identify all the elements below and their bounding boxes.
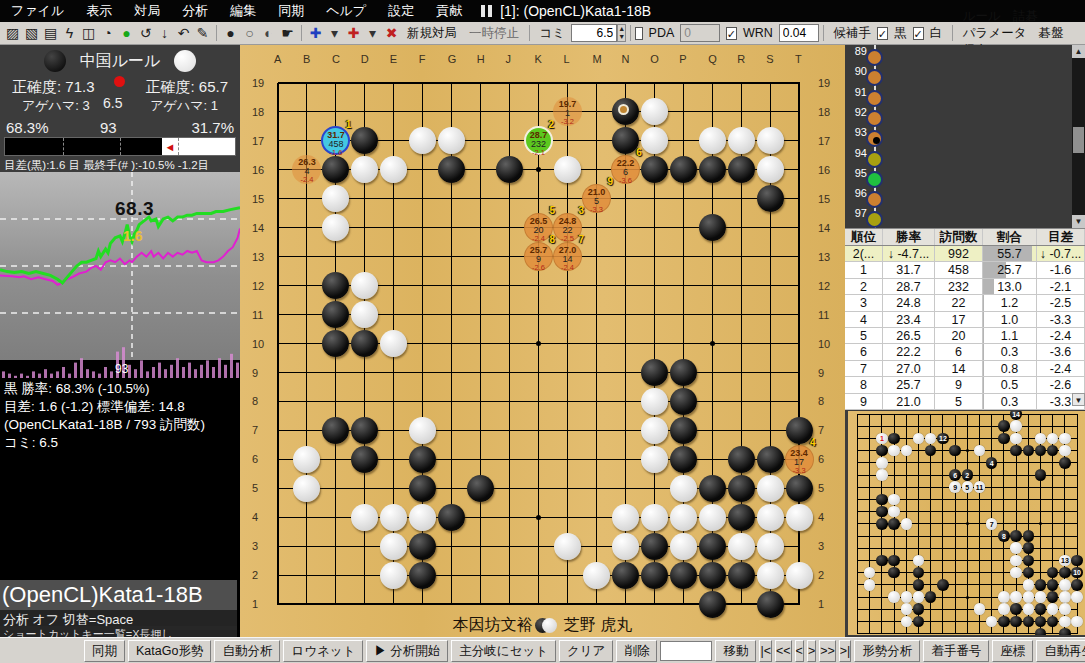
coord-number: 15 <box>252 193 264 205</box>
variation-white-stone <box>1010 542 1022 554</box>
black-stone-H5 <box>467 475 494 502</box>
tree-node-94[interactable] <box>866 151 883 168</box>
table-cell: 0.3 <box>983 344 1037 359</box>
black-stone-C10 <box>322 330 349 357</box>
menu-item-2[interactable]: 対局 <box>123 3 171 18</box>
scrollbar-thumb[interactable] <box>1073 127 1084 153</box>
variation-white-stone <box>901 445 913 457</box>
star-point <box>536 515 541 520</box>
candidate-overlay-C17[interactable]: 31.7458-1.61 <box>321 126 350 155</box>
back-icon[interactable]: ↶ <box>174 22 193 44</box>
variation-black-stone <box>1010 603 1022 615</box>
table-cell: 1 <box>845 262 883 277</box>
coord-number: 1 <box>818 598 824 610</box>
red-caret-icon[interactable]: ▾ <box>363 22 382 44</box>
variation-white-stone <box>1047 603 1059 615</box>
pda-input[interactable] <box>680 24 720 42</box>
bottom-right-button-0[interactable]: 形勢分析 <box>854 640 920 662</box>
variation-white-stone <box>864 579 876 591</box>
coord-number: 7 <box>252 424 258 436</box>
black-stone-F6 <box>409 446 436 473</box>
candidate-overlay-L13[interactable]: 27.014-2.47 <box>553 242 582 271</box>
coord-number: 9 <box>252 367 258 379</box>
coord-number: 10 <box>818 338 830 350</box>
menu-item-8[interactable]: 貢献 <box>425 3 473 18</box>
white-stone-F17 <box>409 127 436 154</box>
white-stone-D4 <box>351 504 378 531</box>
bottom-button-1[interactable]: KataGo形勢 <box>128 640 211 662</box>
white-stone-D16 <box>351 156 378 183</box>
menu-bar: ファイル表示対局分析編集同期ヘルプ設定貢献 [1]: (OpenCL)Kata1… <box>0 0 1085 22</box>
variation-black-stone <box>1023 555 1035 567</box>
move-tree-scrollbar[interactable]: ▲ ▼ <box>1072 45 1085 228</box>
white-stone-D11 <box>351 301 378 328</box>
coord-letter: H <box>477 53 485 65</box>
variation-black-stone <box>925 445 937 457</box>
table-cell: 0.8 <box>983 361 1037 376</box>
coord-number: 17 <box>252 135 264 147</box>
table-row-1[interactable]: 131.745825.7-1.6 <box>845 262 1085 278</box>
blue-caret-icon[interactable]: ▾ <box>325 22 344 44</box>
variation-black-stone <box>998 420 1010 432</box>
variation-black-stone <box>1047 591 1059 603</box>
tree-node-91[interactable] <box>866 90 883 107</box>
graph-winrate-label: 68.3 <box>115 198 154 220</box>
tree-move-number: 93 <box>849 126 867 138</box>
right-panel: ▲ ▼ 899091929394959697 順位勝率訪問数割合目差2(...↓… <box>845 45 1085 637</box>
scroll-up-icon[interactable]: ▲ <box>1072 45 1085 58</box>
white-stone-O18 <box>641 98 668 125</box>
komi-stepper[interactable]: ▲▼ <box>617 24 626 42</box>
coord-number: 15 <box>818 193 830 205</box>
blue-cross-icon[interactable]: ✚ <box>306 22 325 44</box>
tree-move-number: 95 <box>849 167 867 179</box>
tree-move-number: 91 <box>849 86 867 98</box>
coord-number: 3 <box>252 540 258 552</box>
white-captures: アゲハマ: 1 <box>150 97 218 115</box>
variation-white-stone <box>1023 591 1035 603</box>
pda-checkbox[interactable] <box>635 27 643 40</box>
variation-black-stone-2: 2 <box>962 469 974 481</box>
coord-number: 4 <box>818 511 824 523</box>
variation-white-stone <box>888 445 900 457</box>
black-stone-D7 <box>351 417 378 444</box>
bottom-button-5[interactable]: 主分岐にセット <box>451 640 556 662</box>
coord-letter: N <box>621 53 629 65</box>
white-stone-R3 <box>728 533 755 560</box>
black-stone-D6 <box>351 446 378 473</box>
clock-icon[interactable]: ◔ <box>98 22 117 44</box>
table-cell: 9 <box>935 377 983 392</box>
komi-value: 6.5 <box>103 95 122 111</box>
coord-number: 14 <box>818 222 830 234</box>
white-candidates-label: 白 <box>924 25 949 42</box>
table-cell: 1.1 <box>983 328 1037 343</box>
table-row-3[interactable]: 324.8221.2-2.5 <box>845 295 1085 311</box>
undo-icon[interactable]: ↺ <box>136 22 155 44</box>
table-row-7[interactable]: 727.0140.8-2.4 <box>845 361 1085 377</box>
coord-number: 14 <box>252 222 264 234</box>
table-cell: 1.2 <box>983 295 1037 310</box>
menu-item-5[interactable]: 同期 <box>267 3 315 18</box>
table-row-5[interactable]: 526.5201.1-2.4 <box>845 328 1085 344</box>
bottom-button-4[interactable]: ▶ 分析開始 <box>366 640 448 662</box>
variation-white-stone <box>1059 603 1071 615</box>
nav-button-4[interactable]: >> <box>819 640 836 662</box>
table-cell: -1.6 <box>1037 262 1085 277</box>
white-candidates-checkbox[interactable]: ✓ <box>913 27 924 40</box>
table-cell: 6 <box>845 344 883 359</box>
black-captures: アゲハマ: 3 <box>22 97 90 115</box>
tree-node-89[interactable] <box>866 49 883 66</box>
tree-node-92[interactable] <box>866 110 883 127</box>
candidate-overlay-L18[interactable]: 19.71-3.2 <box>553 97 582 126</box>
bottom-button-2[interactable]: 自動分析 <box>214 640 280 662</box>
bottom-button-3[interactable]: ロウネット <box>283 640 363 662</box>
candidate-table[interactable]: 順位勝率訪問数割合目差2(...↓ -4.7...99255.7↓ -0.7..… <box>845 228 1085 410</box>
star-point <box>536 167 541 172</box>
toolbar-separator <box>216 25 217 41</box>
pause-game-button[interactable]: 一時停止 <box>463 25 525 42</box>
black-stone-icon[interactable]: ● <box>221 22 240 44</box>
candidate-overlay-K17[interactable]: 28.7232-2.12 <box>524 126 553 155</box>
variation-white-stone <box>864 567 876 579</box>
black-candidates-checkbox[interactable]: ✓ <box>877 27 888 40</box>
variation-black-stone <box>1035 603 1047 615</box>
black-stone-P6 <box>670 446 697 473</box>
table-cell: 0.3 <box>983 394 1037 409</box>
variation-white-stone <box>1023 603 1035 615</box>
variation-white-stone <box>1010 567 1022 579</box>
engine-status-icon[interactable]: ● <box>117 22 136 44</box>
table-cell: 20 <box>935 328 983 343</box>
white-player-stone-icon <box>542 618 557 633</box>
toolbar-link-2[interactable]: パラメータ <box>957 26 1033 40</box>
menu-item-4[interactable]: 編集 <box>219 3 267 18</box>
table-cell: 21.0 <box>883 394 935 409</box>
coord-number: 5 <box>818 482 824 494</box>
variation-white-stone <box>1010 555 1022 567</box>
bottom-button-0[interactable]: 同期 <box>84 640 125 662</box>
black-stone-P9 <box>670 359 697 386</box>
white-stone-S2 <box>757 562 784 589</box>
table-header-1[interactable]: 勝率 <box>883 229 935 245</box>
variation-white-stone <box>1071 591 1083 603</box>
tree-node-96[interactable] <box>866 191 883 208</box>
white-stone-icon[interactable]: ○ <box>240 22 259 44</box>
variation-black-stone-4: 4 <box>986 457 998 469</box>
wrn-input[interactable] <box>779 24 819 42</box>
table-cell: 1.0 <box>983 312 1037 327</box>
table-row-0[interactable]: 2(...↓ -4.7...99255.7↓ -0.7... <box>845 246 1085 262</box>
black-stone-T7 <box>786 417 813 444</box>
candidate-overlay-N16[interactable]: 22.26-3.66 <box>611 155 640 184</box>
toolbar-link-3[interactable]: 碁盤 <box>1032 26 1069 40</box>
variation-black-stone-14: 14 <box>1010 411 1022 420</box>
variation-black-stone <box>913 579 925 591</box>
variation-white-stone <box>1035 433 1047 445</box>
white-stone-T4 <box>786 504 813 531</box>
table-row-9[interactable]: 921.050.3-3.3 <box>845 394 1085 410</box>
variation-white-stone <box>974 603 986 615</box>
tree-move-number: 96 <box>849 187 867 199</box>
tree-node-95[interactable] <box>866 171 883 188</box>
wrn-checkbox[interactable]: ✓ <box>726 27 737 40</box>
alternate-stone-icon[interactable]: ◐ <box>259 22 278 44</box>
edit-icon[interactable]: ✎ <box>193 22 212 44</box>
white-stone-E3 <box>380 533 407 560</box>
black-stone-O9 <box>641 359 668 386</box>
variation-white-stone <box>1047 433 1059 445</box>
variation-black-stone-6: 6 <box>949 469 961 481</box>
coord-number: 6 <box>252 453 258 465</box>
variation-black-stone <box>913 616 925 628</box>
white-stone-E16 <box>380 156 407 183</box>
variation-black-stone <box>888 433 900 445</box>
white-stone-F7 <box>409 417 436 444</box>
pass-icon[interactable]: ↓ <box>155 22 174 44</box>
table-cell: 25.7 <box>883 377 935 392</box>
variation-black-stone <box>888 567 900 579</box>
winrate-graph[interactable]: 68.3 1.6 <box>0 172 240 360</box>
white-stone-O8 <box>641 388 668 415</box>
table-cell: -2.5 <box>1037 295 1085 310</box>
table-cell: -2.1 <box>1037 279 1085 294</box>
candidate-overlay-M15[interactable]: 21.05-3.39 <box>582 184 611 213</box>
black-stone-P7 <box>670 417 697 444</box>
black-stone-R6 <box>728 446 755 473</box>
table-cell: 25.7 <box>983 262 1037 277</box>
white-stone-S3 <box>757 533 784 560</box>
info-line-1: 目差: 1.6 (-1.2) 標準偏差: 14.8 <box>4 398 185 416</box>
white-stone-P5 <box>670 475 697 502</box>
nav-button-3[interactable]: > <box>807 640 816 662</box>
move-number-input[interactable] <box>660 641 712 661</box>
table-cell: 27.0 <box>883 361 935 376</box>
komi-input[interactable] <box>571 24 617 42</box>
variation-black-stone <box>1059 457 1071 469</box>
variation-white-stone <box>1010 420 1022 432</box>
menu-item-1[interactable]: 表示 <box>75 3 123 18</box>
coord-letter: E <box>390 53 397 65</box>
table-cell: 55.7 <box>983 246 1037 261</box>
white-stone-N4 <box>612 504 639 531</box>
coord-letter: J <box>506 53 512 65</box>
candidate-overlay-B16[interactable]: 26.34-2.4 <box>292 155 321 184</box>
black-stone-F3 <box>409 533 436 560</box>
score-graph-icon[interactable]: ◫ <box>79 22 98 44</box>
table-cell: 14 <box>935 361 983 376</box>
white-stone-E2 <box>380 562 407 589</box>
black-stone-T5 <box>786 475 813 502</box>
white-stone-B6 <box>293 446 320 473</box>
candidate-overlay-T6[interactable]: 23.417-3.34 <box>785 445 814 474</box>
toolbar-link-1[interactable]: 詰碁 <box>1007 9 1044 23</box>
variation-black-stone <box>1035 469 1047 481</box>
black-stone-R2 <box>728 562 755 589</box>
variation-white-stone <box>1059 433 1071 445</box>
bottom-right-button-3[interactable]: 自動再生 <box>1036 640 1085 662</box>
coord-letter: C <box>332 53 340 65</box>
black-stone-Q1 <box>699 591 726 618</box>
variation-black-stone <box>1047 616 1059 628</box>
table-cell: 31.7 <box>883 262 935 277</box>
black-stone-S15 <box>757 185 784 212</box>
variation-white-stone <box>876 469 888 481</box>
new-game-button[interactable]: 新規対局 <box>401 25 463 42</box>
main-go-board[interactable]: 本因坊文裕 芝野 虎丸 ABCDEFGHJKLMNOPQRST112233445… <box>240 45 845 637</box>
bottom-right-button-2[interactable]: 座標 <box>992 640 1033 662</box>
delete-mark-icon[interactable]: ✖ <box>382 22 401 44</box>
table-row-4[interactable]: 423.4171.0-3.3 <box>845 312 1085 328</box>
variation-white-stone <box>974 445 986 457</box>
open-file-icon[interactable]: ▧ <box>22 22 41 44</box>
table-cell: 2 <box>845 279 883 294</box>
engine-icon[interactable]: ϟ <box>60 22 79 44</box>
score-summary: 目差(黒):1.6 目 最終手(# ):-10.5% -1.2目 <box>4 158 209 173</box>
toolbar-link-0[interactable]: ルール <box>957 9 1007 23</box>
nav-button-1[interactable]: << <box>775 640 792 662</box>
table-cell: 232 <box>935 279 983 294</box>
variation-white-stone <box>901 616 913 628</box>
white-stone-P3 <box>670 533 697 560</box>
white-stone-O7 <box>641 417 668 444</box>
scroll-down-icon[interactable]: ▼ <box>1072 215 1085 228</box>
save-icon[interactable]: ▤ <box>41 22 60 44</box>
table-scroll-down-icon[interactable]: ▼ <box>1072 393 1085 406</box>
white-stone-N3 <box>612 533 639 560</box>
coord-number: 8 <box>252 395 258 407</box>
coord-letter: Q <box>708 53 717 65</box>
black-stone-P16 <box>670 156 697 183</box>
nav-button-2[interactable]: < <box>795 640 804 662</box>
variation-white-stone <box>888 494 900 506</box>
variation-black-stone <box>1023 616 1035 628</box>
variation-black-stone <box>876 555 888 567</box>
wrn-label: WRN <box>737 26 779 40</box>
coord-number: 16 <box>818 164 830 176</box>
table-cell: -2.4 <box>1037 328 1085 343</box>
nav-button-0[interactable]: |< <box>759 640 772 662</box>
coord-letter: D <box>361 53 369 65</box>
coord-number: 1 <box>252 598 258 610</box>
coord-number: 13 <box>818 251 830 263</box>
graph-score-label: 1.6 <box>123 228 142 244</box>
white-player-name: 芝野 虎丸 <box>564 616 632 633</box>
table-cell: 2(... <box>845 246 883 261</box>
table-cell: 9 <box>845 394 883 409</box>
bottom-right-button-1[interactable]: 着手番号 <box>923 640 989 662</box>
bottom-button-6[interactable]: クリア <box>559 640 613 662</box>
menu-item-7[interactable]: 設定 <box>377 3 425 18</box>
black-stone-O2 <box>641 562 668 589</box>
table-row-2[interactable]: 228.723213.0-2.1 <box>845 279 1085 295</box>
rules-label: 中国ルール <box>80 51 161 72</box>
black-stone-R16 <box>728 156 755 183</box>
table-row-6[interactable]: 622.260.3-3.6 <box>845 344 1085 360</box>
menu-item-0[interactable]: ファイル <box>0 3 75 18</box>
pda-label: PDA <box>643 26 681 40</box>
nav-button-5[interactable]: >| <box>839 640 852 662</box>
table-header-0[interactable]: 順位 <box>845 229 883 245</box>
coord-number: 5 <box>252 482 258 494</box>
table-header-3[interactable]: 割合 <box>983 229 1037 245</box>
coord-number: 12 <box>818 280 830 292</box>
coord-letter: L <box>564 53 570 65</box>
coord-number: 10 <box>252 338 264 350</box>
variation-black-stone <box>1047 579 1059 591</box>
tree-node-97[interactable] <box>866 211 883 228</box>
table-header-2[interactable]: 訪問数 <box>935 229 983 245</box>
variation-white-stone <box>1059 616 1071 628</box>
table-cell: 28.7 <box>883 279 935 294</box>
table-cell: 7 <box>845 361 883 376</box>
winrate-bar: ◄ <box>4 137 236 156</box>
move-number: 93 <box>100 119 117 136</box>
variation-black-stone <box>925 591 937 603</box>
pause-icon[interactable] <box>481 5 492 17</box>
variation-white-stone <box>1010 433 1022 445</box>
coord-number: 18 <box>252 106 264 118</box>
variation-black-stone <box>1059 567 1071 579</box>
table-cell: 17 <box>935 312 983 327</box>
info-line-2: (OpenCLKata1-18B / 793 訪問数) <box>4 416 205 434</box>
variation-black-stone <box>1071 579 1083 591</box>
new-board-icon[interactable]: ▨ <box>3 22 22 44</box>
table-cell: -3.6 <box>1037 344 1085 359</box>
move-tree[interactable]: ▲ ▼ 899091929394959697 <box>845 45 1085 228</box>
tree-node-93[interactable] <box>866 130 883 147</box>
variation-black-stone <box>913 567 925 579</box>
black-stone-F2 <box>409 562 436 589</box>
tree-node-90[interactable] <box>866 69 883 86</box>
variation-black-stone <box>1035 616 1047 628</box>
variation-black-stone <box>1023 542 1035 554</box>
table-cell: ↓ -4.7... <box>883 246 935 261</box>
bottom-toolbar: 同期KataGo形勢自動分析ロウネット▶ 分析開始主分岐にセットクリア削除移動|… <box>0 637 1085 663</box>
white-stone-B5 <box>293 475 320 502</box>
white-stone-C14 <box>322 214 349 241</box>
variation-board[interactable]: 124567891011121314 <box>848 411 1085 635</box>
table-row-8[interactable]: 825.790.5-2.6 <box>845 377 1085 393</box>
red-cross-icon[interactable]: ✚ <box>344 22 363 44</box>
variation-black-stone <box>1010 530 1022 542</box>
table-cell: -3.3 <box>1037 312 1085 327</box>
variation-white-stone-1: 1 <box>876 433 888 445</box>
white-stone-S16 <box>757 156 784 183</box>
bottom-button-7[interactable]: 削除 <box>616 640 657 662</box>
table-header-4[interactable]: 目差 <box>1037 229 1085 245</box>
coord-number: 4 <box>252 511 258 523</box>
window-title: [1]: (OpenCL)Kata1-18B <box>500 3 651 19</box>
variation-black-stone <box>876 518 888 530</box>
tree-move-number: 97 <box>849 207 867 219</box>
variation-black-stone <box>888 555 900 567</box>
white-winrate-pct: 31.7% <box>191 119 234 136</box>
menu-item-3[interactable]: 分析 <box>171 3 219 18</box>
coord-number: 16 <box>252 164 264 176</box>
hand-tool-icon[interactable]: ☛ <box>278 22 297 44</box>
move-button[interactable]: 移動 <box>715 640 756 662</box>
variation-white-stone-5: 5 <box>962 481 974 493</box>
menu-item-6[interactable]: ヘルプ <box>315 3 377 18</box>
variation-black-stone <box>876 494 888 506</box>
variation-white-stone-11: 11 <box>974 481 986 493</box>
variation-black-stone <box>1035 579 1047 591</box>
candidate-overlay-K13[interactable]: 25.79-2.68 <box>524 242 553 271</box>
table-cell: 23.4 <box>883 312 935 327</box>
variation-white-stone <box>913 591 925 603</box>
